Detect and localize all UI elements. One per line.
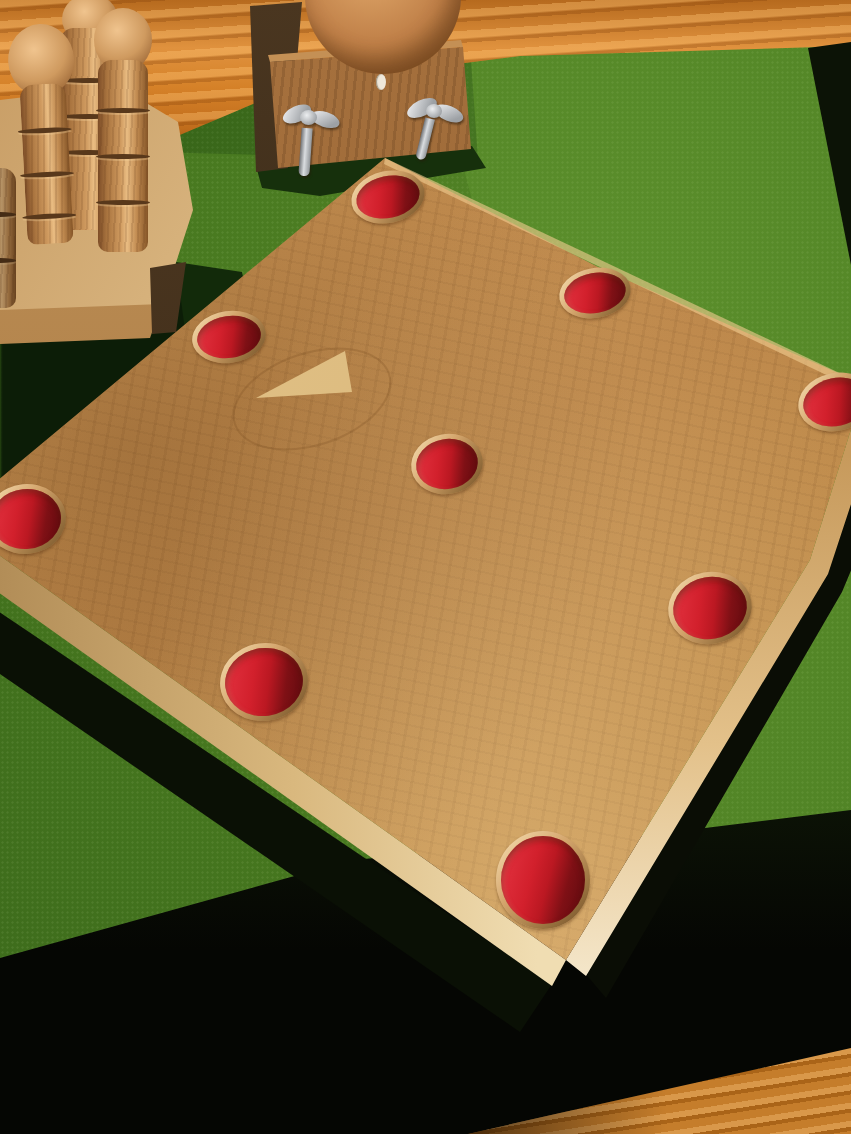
peg-front-right[interactable] [90, 8, 154, 252]
peg-body [19, 83, 73, 245]
nut-center [426, 104, 442, 118]
peg-ring [96, 108, 150, 113]
nut-center [300, 110, 317, 125]
red-felt-liner [0, 486, 64, 553]
board-hole-r3c3[interactable] [496, 831, 590, 929]
red-felt-liner [194, 312, 263, 362]
photo-scene [0, 0, 851, 1134]
red-felt-liner [221, 643, 308, 721]
ball-drip-mark [376, 74, 386, 90]
peg-ring [96, 154, 150, 159]
peg-front-left[interactable] [4, 22, 83, 245]
peg-ring [96, 200, 150, 205]
red-felt-liner [501, 836, 585, 924]
